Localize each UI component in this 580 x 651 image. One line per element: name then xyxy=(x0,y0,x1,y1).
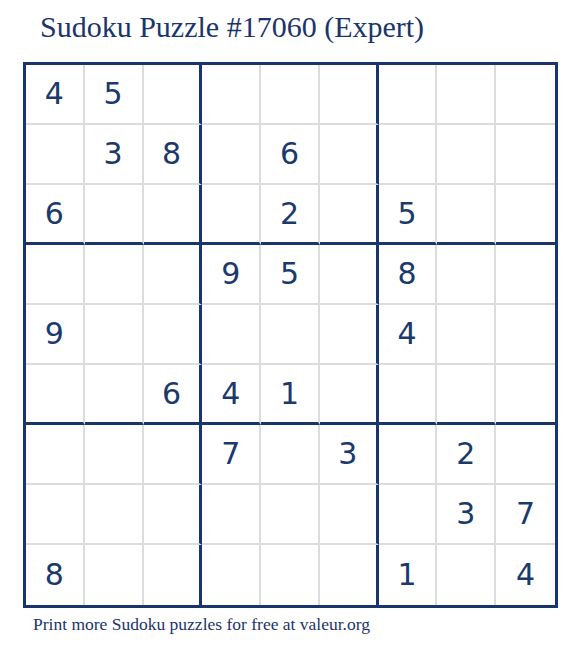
sudoku-cell-r5c5 xyxy=(261,305,320,365)
sudoku-cell-r5c2 xyxy=(85,305,144,365)
sudoku-cell-r4c4: 9 xyxy=(202,245,261,305)
sudoku-board: 453866259589464173237814 xyxy=(23,62,558,608)
sudoku-cell-r3c3 xyxy=(144,185,203,245)
sudoku-cell-r6c6 xyxy=(320,365,379,425)
sudoku-cell-r1c6 xyxy=(320,65,379,125)
sudoku-cell-r9c7: 1 xyxy=(379,545,438,605)
sudoku-cell-r3c2 xyxy=(85,185,144,245)
sudoku-cell-r5c7: 4 xyxy=(379,305,438,365)
sudoku-cell-r9c3 xyxy=(144,545,203,605)
sudoku-cell-r5c1: 9 xyxy=(26,305,85,365)
sudoku-cell-r3c7: 5 xyxy=(379,185,438,245)
sudoku-cell-r2c4 xyxy=(202,125,261,185)
sudoku-cell-r1c1: 4 xyxy=(26,65,85,125)
sudoku-cell-r6c1 xyxy=(26,365,85,425)
sudoku-cell-r5c3 xyxy=(144,305,203,365)
sudoku-cell-r3c9 xyxy=(496,185,555,245)
given-digit: 6 xyxy=(162,379,181,409)
sudoku-cell-r6c9 xyxy=(496,365,555,425)
sudoku-cell-r1c5 xyxy=(261,65,320,125)
footer-text: Print more Sudoku puzzles for free at va… xyxy=(33,614,370,635)
sudoku-cell-r9c9: 4 xyxy=(496,545,555,605)
sudoku-cell-r5c6 xyxy=(320,305,379,365)
sudoku-cell-r2c5: 6 xyxy=(261,125,320,185)
sudoku-cell-r1c8 xyxy=(437,65,496,125)
sudoku-cell-r8c3 xyxy=(144,485,203,545)
sudoku-cell-r4c7: 8 xyxy=(379,245,438,305)
sudoku-cell-r2c6 xyxy=(320,125,379,185)
sudoku-cell-r6c8 xyxy=(437,365,496,425)
sudoku-cell-r4c9 xyxy=(496,245,555,305)
given-digit: 5 xyxy=(398,199,417,229)
given-digit: 6 xyxy=(45,199,64,229)
sudoku-cell-r5c4 xyxy=(202,305,261,365)
given-digit: 5 xyxy=(104,79,123,109)
sudoku-cell-r1c7 xyxy=(379,65,438,125)
given-digit: 2 xyxy=(280,199,299,229)
given-digit: 3 xyxy=(456,499,475,529)
given-digit: 4 xyxy=(516,560,535,590)
sudoku-cell-r8c2 xyxy=(85,485,144,545)
given-digit: 8 xyxy=(45,560,64,590)
sudoku-cell-r9c8 xyxy=(437,545,496,605)
sudoku-cell-r3c1: 6 xyxy=(26,185,85,245)
sudoku-cell-r9c1: 8 xyxy=(26,545,85,605)
sudoku-cell-r3c8 xyxy=(437,185,496,245)
sudoku-cell-r3c6 xyxy=(320,185,379,245)
sudoku-cell-r8c4 xyxy=(202,485,261,545)
sudoku-cell-r3c5: 2 xyxy=(261,185,320,245)
sudoku-cell-r6c2 xyxy=(85,365,144,425)
given-digit: 3 xyxy=(338,439,357,469)
given-digit: 1 xyxy=(398,560,417,590)
sudoku-cell-r2c2: 3 xyxy=(85,125,144,185)
sudoku-cell-r9c6 xyxy=(320,545,379,605)
page-title: Sudoku Puzzle #17060 (Expert) xyxy=(40,10,424,44)
sudoku-cell-r6c4: 4 xyxy=(202,365,261,425)
given-digit: 2 xyxy=(456,439,475,469)
sudoku-cell-r1c4 xyxy=(202,65,261,125)
sudoku-cell-r4c1 xyxy=(26,245,85,305)
sudoku-cell-r8c8: 3 xyxy=(437,485,496,545)
sudoku-cell-r7c9 xyxy=(496,425,555,485)
sudoku-cell-r1c3 xyxy=(144,65,203,125)
sudoku-cell-r1c2: 5 xyxy=(85,65,144,125)
given-digit: 9 xyxy=(221,259,240,289)
sudoku-page: Sudoku Puzzle #17060 (Expert) 4538662595… xyxy=(0,0,580,651)
sudoku-cell-r4c3 xyxy=(144,245,203,305)
sudoku-cell-r7c8: 2 xyxy=(437,425,496,485)
given-digit: 4 xyxy=(398,319,417,349)
sudoku-cell-r8c5 xyxy=(261,485,320,545)
sudoku-cell-r7c2 xyxy=(85,425,144,485)
sudoku-cell-r6c5: 1 xyxy=(261,365,320,425)
sudoku-cell-r7c4: 7 xyxy=(202,425,261,485)
sudoku-cell-r6c3: 6 xyxy=(144,365,203,425)
sudoku-cell-r4c8 xyxy=(437,245,496,305)
sudoku-cell-r5c9 xyxy=(496,305,555,365)
sudoku-cell-r7c1 xyxy=(26,425,85,485)
given-digit: 6 xyxy=(280,139,299,169)
sudoku-cell-r8c7 xyxy=(379,485,438,545)
sudoku-cell-r3c4 xyxy=(202,185,261,245)
sudoku-cell-r5c8 xyxy=(437,305,496,365)
sudoku-cell-r8c1 xyxy=(26,485,85,545)
sudoku-cell-r7c7 xyxy=(379,425,438,485)
sudoku-cell-r4c5: 5 xyxy=(261,245,320,305)
given-digit: 7 xyxy=(221,439,240,469)
sudoku-cell-r4c2 xyxy=(85,245,144,305)
given-digit: 9 xyxy=(45,319,64,349)
sudoku-cell-r9c2 xyxy=(85,545,144,605)
given-digit: 4 xyxy=(221,379,240,409)
sudoku-cell-r8c6 xyxy=(320,485,379,545)
given-digit: 8 xyxy=(398,259,417,289)
sudoku-cell-r2c9 xyxy=(496,125,555,185)
sudoku-cell-r8c9: 7 xyxy=(496,485,555,545)
given-digit: 5 xyxy=(280,259,299,289)
sudoku-cell-r7c5 xyxy=(261,425,320,485)
given-digit: 8 xyxy=(162,139,181,169)
given-digit: 4 xyxy=(45,79,64,109)
sudoku-cell-r2c3: 8 xyxy=(144,125,203,185)
sudoku-cell-r2c1 xyxy=(26,125,85,185)
sudoku-cell-r1c9 xyxy=(496,65,555,125)
given-digit: 3 xyxy=(104,139,123,169)
sudoku-cell-r4c6 xyxy=(320,245,379,305)
sudoku-cell-r7c3 xyxy=(144,425,203,485)
sudoku-cell-r9c4 xyxy=(202,545,261,605)
sudoku-cell-r6c7 xyxy=(379,365,438,425)
sudoku-cell-r2c8 xyxy=(437,125,496,185)
sudoku-cell-r9c5 xyxy=(261,545,320,605)
sudoku-cell-r2c7 xyxy=(379,125,438,185)
sudoku-cell-r7c6: 3 xyxy=(320,425,379,485)
given-digit: 1 xyxy=(280,379,299,409)
given-digit: 7 xyxy=(516,499,535,529)
